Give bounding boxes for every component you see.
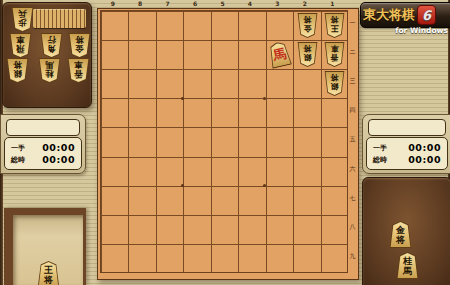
star-point — [263, 97, 266, 100]
hand-piece-bishop[interactable]: 角行 — [40, 33, 63, 58]
rank-label: 二 — [348, 38, 357, 67]
move-time-label: 一手 — [373, 143, 387, 153]
piece-kanji: 行 — [47, 35, 56, 44]
sente-time-field: 一手 00:00 総時 00:00 — [366, 137, 448, 170]
piece-kanji: 香 — [331, 53, 339, 62]
total-time-value: 00:00 — [408, 154, 441, 165]
rank-label: 七 — [348, 184, 357, 213]
box-piece-king[interactable]: 王将 — [37, 261, 60, 285]
file-label: 6 — [181, 0, 208, 8]
piece-kanji: 馬 — [45, 60, 54, 69]
hand-piece-gold[interactable]: 金将 — [389, 221, 412, 248]
file-label: 1 — [319, 0, 346, 8]
file-label: 3 — [264, 0, 291, 8]
shogi-board[interactable]: 金将 王将 馬 銀将 香車 銀将 — [97, 8, 359, 280]
piece-kanji: 将 — [304, 44, 312, 53]
hand-piece-rook[interactable]: 飛車 — [9, 33, 32, 58]
hand-piece-silver[interactable]: 銀将 — [6, 58, 29, 83]
rank-label: 五 — [348, 125, 357, 154]
app-title: 東大将棋 — [363, 6, 415, 24]
move-time-value: 00:00 — [408, 142, 441, 153]
star-point — [181, 97, 184, 100]
piece-kanji: 馬 — [403, 267, 412, 277]
pawn-stack[interactable] — [33, 9, 86, 28]
piece-kanji: 金 — [304, 24, 312, 33]
piece-kanji: 将 — [331, 15, 339, 24]
piece-kanji: 車 — [16, 35, 25, 44]
total-time-value: 00:00 — [42, 154, 75, 165]
piece-kanji: 桂 — [45, 69, 54, 78]
sente-name-field — [368, 119, 446, 136]
hand-piece-pawn[interactable]: 歩兵 — [11, 7, 34, 32]
app-subtitle: for Windows — [378, 26, 448, 35]
piece-kanji: 兵 — [18, 9, 27, 18]
piece-box: 王将 — [4, 208, 86, 285]
piece-kanji: 銀 — [304, 53, 312, 62]
piece-kanji: 王 — [331, 24, 339, 33]
move-time-value: 00:00 — [42, 142, 75, 153]
rank-label: 八 — [348, 213, 357, 242]
hand-piece-lance[interactable]: 香車 — [67, 58, 90, 83]
rank-label: 六 — [348, 155, 357, 184]
gote-clock-panel: 一手 00:00 総時 00:00 — [0, 114, 86, 174]
piece-kanji: 車 — [331, 44, 339, 53]
piece-kanji: 将 — [396, 236, 405, 246]
gote-time-field: 一手 00:00 総時 00:00 — [4, 137, 82, 170]
file-label: 2 — [291, 0, 318, 8]
file-label: 7 — [154, 0, 181, 8]
piece-box-interior: 王将 — [13, 215, 83, 285]
file-label: 5 — [209, 0, 236, 8]
piece-kanji: 香 — [74, 69, 83, 78]
piece-kanji: 銀 — [331, 82, 339, 91]
app-logo: 東大将棋 6 — [360, 2, 450, 28]
piece-kanji: 将 — [331, 73, 339, 82]
rank-label: 三 — [348, 67, 357, 96]
piece-kanji: 歩 — [18, 18, 27, 27]
piece-kanji: 将 — [44, 276, 53, 285]
piece-kanji: 銀 — [13, 69, 22, 78]
piece-kanji: 車 — [74, 60, 83, 69]
piece-kanji: 飛 — [16, 44, 25, 53]
file-label: 9 — [99, 0, 126, 8]
rank-labels: 一 二 三 四 五 六 七 八 九 — [348, 9, 357, 271]
gote-name-field — [6, 119, 80, 136]
rank-label: 四 — [348, 96, 357, 125]
total-time-label: 総時 — [373, 155, 387, 165]
piece-kanji-promoted: 馬 — [272, 46, 288, 62]
star-point — [263, 184, 266, 187]
hand-piece-knight[interactable]: 桂馬 — [396, 252, 419, 279]
hand-piece-knight[interactable]: 桂馬 — [38, 58, 61, 83]
move-time-label: 一手 — [11, 143, 25, 153]
piece-kanji: 金 — [75, 44, 84, 53]
rank-label: 九 — [348, 242, 357, 271]
version-badge: 6 — [417, 5, 436, 25]
sente-clock-panel: 一手 00:00 総時 00:00 — [362, 114, 450, 174]
rank-label: 一 — [348, 9, 357, 38]
piece-kanji: 将 — [75, 35, 84, 44]
piece-kanji: 角 — [47, 44, 56, 53]
star-point — [181, 184, 184, 187]
piece-kanji: 将 — [304, 15, 312, 24]
gote-hand-tray: 歩兵 飛車 角行 金将 銀将 桂馬 香車 — [2, 2, 92, 108]
file-labels: 9 8 7 6 5 4 3 2 1 — [99, 0, 346, 8]
file-label: 4 — [236, 0, 263, 8]
file-label: 8 — [126, 0, 153, 8]
total-time-label: 総時 — [11, 155, 25, 165]
hand-piece-gold[interactable]: 金将 — [68, 33, 91, 58]
piece-kanji: 将 — [13, 60, 22, 69]
sente-hand-tray: 金将 桂馬 — [362, 177, 450, 285]
